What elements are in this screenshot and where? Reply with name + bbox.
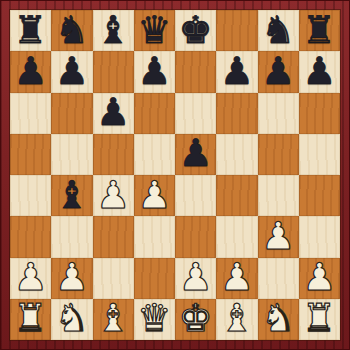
square-b1[interactable]: ♞	[51, 299, 92, 340]
piece-black-pawn[interactable]: ♟	[302, 52, 336, 90]
square-g3[interactable]: ♟	[258, 216, 299, 257]
square-e7[interactable]	[175, 51, 216, 92]
square-h1[interactable]: ♜	[299, 299, 340, 340]
square-c1[interactable]: ♝	[93, 299, 134, 340]
square-a8[interactable]: ♜	[10, 10, 51, 51]
piece-white-knight[interactable]: ♞	[55, 299, 89, 337]
piece-black-rook[interactable]: ♜	[302, 11, 336, 49]
piece-white-pawn[interactable]: ♟	[302, 258, 336, 296]
square-h2[interactable]: ♟	[299, 258, 340, 299]
square-d2[interactable]	[134, 258, 175, 299]
piece-black-pawn[interactable]: ♟	[96, 93, 130, 131]
piece-white-pawn[interactable]: ♟	[55, 258, 89, 296]
square-b6[interactable]	[51, 93, 92, 134]
square-a3[interactable]	[10, 216, 51, 257]
piece-white-pawn[interactable]: ♟	[96, 176, 130, 214]
piece-white-pawn[interactable]: ♟	[14, 258, 48, 296]
square-c3[interactable]	[93, 216, 134, 257]
square-e8[interactable]: ♚	[175, 10, 216, 51]
piece-white-pawn[interactable]: ♟	[220, 258, 254, 296]
square-d8[interactable]: ♛	[134, 10, 175, 51]
square-b3[interactable]	[51, 216, 92, 257]
square-h4[interactable]	[299, 175, 340, 216]
square-e1[interactable]: ♚	[175, 299, 216, 340]
square-a7[interactable]: ♟	[10, 51, 51, 92]
square-b5[interactable]	[51, 134, 92, 175]
piece-white-rook[interactable]: ♜	[302, 299, 336, 337]
square-b4[interactable]: ♝	[51, 175, 92, 216]
piece-black-pawn[interactable]: ♟	[179, 134, 213, 172]
square-g6[interactable]	[258, 93, 299, 134]
square-h3[interactable]	[299, 216, 340, 257]
square-c2[interactable]	[93, 258, 134, 299]
square-g1[interactable]: ♞	[258, 299, 299, 340]
square-c8[interactable]: ♝	[93, 10, 134, 51]
chess-board: ♜♞♝♛♚♞♜♟♟♟♟♟♟♟♟♝♟♟♟♟♟♟♟♟♜♞♝♛♚♝♞♜	[10, 10, 340, 340]
square-f6[interactable]	[216, 93, 257, 134]
piece-white-pawn[interactable]: ♟	[179, 258, 213, 296]
square-h8[interactable]: ♜	[299, 10, 340, 51]
board-frame: ♜♞♝♛♚♞♜♟♟♟♟♟♟♟♟♝♟♟♟♟♟♟♟♟♜♞♝♛♚♝♞♜	[0, 0, 350, 350]
piece-black-queen[interactable]: ♛	[137, 11, 171, 49]
piece-white-rook[interactable]: ♜	[14, 299, 48, 337]
piece-black-rook[interactable]: ♜	[14, 11, 48, 49]
piece-black-king[interactable]: ♚	[179, 11, 213, 49]
piece-black-knight[interactable]: ♞	[55, 11, 89, 49]
square-b2[interactable]: ♟	[51, 258, 92, 299]
square-f2[interactable]: ♟	[216, 258, 257, 299]
square-b7[interactable]: ♟	[51, 51, 92, 92]
square-h7[interactable]: ♟	[299, 51, 340, 92]
square-e4[interactable]	[175, 175, 216, 216]
square-f1[interactable]: ♝	[216, 299, 257, 340]
square-c5[interactable]	[93, 134, 134, 175]
square-d7[interactable]: ♟	[134, 51, 175, 92]
square-d3[interactable]	[134, 216, 175, 257]
piece-black-pawn[interactable]: ♟	[220, 52, 254, 90]
square-h6[interactable]	[299, 93, 340, 134]
square-e2[interactable]: ♟	[175, 258, 216, 299]
piece-white-bishop[interactable]: ♝	[96, 299, 130, 337]
square-e6[interactable]	[175, 93, 216, 134]
square-f4[interactable]	[216, 175, 257, 216]
square-a5[interactable]	[10, 134, 51, 175]
square-g5[interactable]	[258, 134, 299, 175]
square-g2[interactable]	[258, 258, 299, 299]
piece-white-knight[interactable]: ♞	[261, 299, 295, 337]
piece-white-bishop[interactable]: ♝	[220, 299, 254, 337]
square-e5[interactable]: ♟	[175, 134, 216, 175]
square-e3[interactable]	[175, 216, 216, 257]
square-g7[interactable]: ♟	[258, 51, 299, 92]
square-b8[interactable]: ♞	[51, 10, 92, 51]
square-f8[interactable]	[216, 10, 257, 51]
piece-white-king[interactable]: ♚	[179, 299, 213, 337]
piece-black-pawn[interactable]: ♟	[261, 52, 295, 90]
square-d5[interactable]	[134, 134, 175, 175]
square-d6[interactable]	[134, 93, 175, 134]
square-c4[interactable]: ♟	[93, 175, 134, 216]
piece-black-pawn[interactable]: ♟	[55, 52, 89, 90]
square-a6[interactable]	[10, 93, 51, 134]
square-g8[interactable]: ♞	[258, 10, 299, 51]
piece-white-queen[interactable]: ♛	[137, 299, 171, 337]
piece-black-knight[interactable]: ♞	[261, 11, 295, 49]
piece-black-bishop[interactable]: ♝	[96, 11, 130, 49]
square-h5[interactable]	[299, 134, 340, 175]
square-f5[interactable]	[216, 134, 257, 175]
square-f7[interactable]: ♟	[216, 51, 257, 92]
piece-black-pawn[interactable]: ♟	[14, 52, 48, 90]
square-a1[interactable]: ♜	[10, 299, 51, 340]
square-c7[interactable]	[93, 51, 134, 92]
square-g4[interactable]	[258, 175, 299, 216]
square-d1[interactable]: ♛	[134, 299, 175, 340]
square-f3[interactable]	[216, 216, 257, 257]
piece-white-pawn[interactable]: ♟	[137, 176, 171, 214]
square-a2[interactable]: ♟	[10, 258, 51, 299]
square-a4[interactable]	[10, 175, 51, 216]
square-c6[interactable]: ♟	[93, 93, 134, 134]
piece-black-pawn[interactable]: ♟	[137, 52, 171, 90]
square-d4[interactable]: ♟	[134, 175, 175, 216]
piece-black-bishop[interactable]: ♝	[55, 176, 89, 214]
piece-white-pawn[interactable]: ♟	[261, 217, 295, 255]
